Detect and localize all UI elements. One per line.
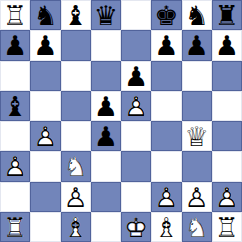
square-c7[interactable] [61, 30, 91, 60]
square-f2[interactable]: ♟♙ [151, 182, 181, 212]
square-b6[interactable] [30, 61, 60, 91]
piece-white-pawn[interactable]: ♟♙ [61, 182, 91, 212]
piece-white-bishop[interactable]: ♝♗ [151, 212, 181, 242]
square-e1[interactable]: ♚♔ [121, 212, 151, 242]
square-f8[interactable]: ♚ [151, 0, 181, 30]
square-e6[interactable]: ♟ [121, 61, 151, 91]
square-h1[interactable]: ♜♖ [212, 212, 242, 242]
piece-black-rook[interactable]: ♜ [212, 0, 242, 30]
square-g8[interactable]: ♞ [182, 0, 212, 30]
piece-black-bishop[interactable]: ♝ [0, 91, 30, 121]
piece-black-pawn[interactable]: ♟ [30, 30, 60, 60]
square-f5[interactable] [151, 91, 181, 121]
square-d4[interactable]: ♟ [91, 121, 121, 151]
square-h7[interactable]: ♟ [212, 30, 242, 60]
piece-white-knight[interactable]: ♞♘ [182, 212, 212, 242]
piece-white-pawn[interactable]: ♟♙ [212, 182, 242, 212]
square-e3[interactable] [121, 151, 151, 181]
square-b1[interactable] [30, 212, 60, 242]
square-e4[interactable] [121, 121, 151, 151]
piece-white-pawn[interactable]: ♟♙ [182, 182, 212, 212]
square-g4[interactable]: ♛♕ [182, 121, 212, 151]
square-g3[interactable] [182, 151, 212, 181]
piece-black-pawn[interactable]: ♟ [182, 30, 212, 60]
square-d3[interactable] [91, 151, 121, 181]
square-a7[interactable]: ♟ [0, 30, 30, 60]
piece-white-pawn[interactable]: ♟♙ [30, 121, 60, 151]
piece-white-queen[interactable]: ♛♕ [182, 121, 212, 151]
square-c5[interactable] [61, 91, 91, 121]
square-c8[interactable]: ♝ [61, 0, 91, 30]
square-h3[interactable] [212, 151, 242, 181]
square-g5[interactable] [182, 91, 212, 121]
square-f4[interactable] [151, 121, 181, 151]
square-d7[interactable] [91, 30, 121, 60]
piece-white-pawn[interactable]: ♟♙ [121, 91, 151, 121]
piece-white-knight[interactable]: ♞♘ [61, 151, 91, 181]
square-a6[interactable] [0, 61, 30, 91]
square-h4[interactable] [212, 121, 242, 151]
square-g6[interactable] [182, 61, 212, 91]
square-a1[interactable]: ♜♖ [0, 212, 30, 242]
square-b4[interactable]: ♟♙ [30, 121, 60, 151]
piece-white-rook[interactable]: ♜♖ [0, 212, 30, 242]
square-d2[interactable] [91, 182, 121, 212]
square-a5[interactable]: ♝ [0, 91, 30, 121]
piece-black-king[interactable]: ♚ [151, 0, 181, 30]
square-c1[interactable]: ♝♗ [61, 212, 91, 242]
piece-black-knight[interactable]: ♞ [182, 0, 212, 30]
square-g7[interactable]: ♟ [182, 30, 212, 60]
chess-board: ♜♖♞♝♛♚♞♜♟♟♟♟♟♟♝♟♟♙♟♙♟♛♕♟♙♞♘♟♙♟♙♟♙♟♙♜♖♝♗♚… [0, 0, 242, 242]
piece-black-pawn[interactable]: ♟ [91, 91, 121, 121]
piece-black-knight[interactable]: ♞ [30, 0, 60, 30]
square-b8[interactable]: ♞ [30, 0, 60, 30]
piece-black-queen[interactable]: ♛ [91, 0, 121, 30]
square-c3[interactable]: ♞♘ [61, 151, 91, 181]
piece-black-pawn[interactable]: ♟ [91, 121, 121, 151]
square-c6[interactable] [61, 61, 91, 91]
square-g1[interactable]: ♞♘ [182, 212, 212, 242]
square-h5[interactable] [212, 91, 242, 121]
piece-black-pawn[interactable]: ♟ [151, 30, 181, 60]
square-h6[interactable] [212, 61, 242, 91]
square-b7[interactable]: ♟ [30, 30, 60, 60]
square-d6[interactable] [91, 61, 121, 91]
square-d5[interactable]: ♟ [91, 91, 121, 121]
square-a2[interactable] [0, 182, 30, 212]
square-e5[interactable]: ♟♙ [121, 91, 151, 121]
piece-black-pawn[interactable]: ♟ [121, 61, 151, 91]
piece-black-pawn[interactable]: ♟ [0, 30, 30, 60]
square-f6[interactable] [151, 61, 181, 91]
square-c2[interactable]: ♟♙ [61, 182, 91, 212]
square-b5[interactable] [30, 91, 60, 121]
piece-white-pawn[interactable]: ♟♙ [151, 182, 181, 212]
square-f7[interactable]: ♟ [151, 30, 181, 60]
square-e2[interactable] [121, 182, 151, 212]
piece-white-bishop[interactable]: ♝♗ [61, 212, 91, 242]
square-d1[interactable] [91, 212, 121, 242]
square-e7[interactable] [121, 30, 151, 60]
piece-white-pawn[interactable]: ♟♙ [0, 151, 30, 181]
square-e8[interactable] [121, 0, 151, 30]
square-g2[interactable]: ♟♙ [182, 182, 212, 212]
square-h2[interactable]: ♟♙ [212, 182, 242, 212]
square-b3[interactable] [30, 151, 60, 181]
piece-black-pawn[interactable]: ♟ [212, 30, 242, 60]
piece-white-rook[interactable]: ♜♖ [0, 0, 30, 30]
square-f1[interactable]: ♝♗ [151, 212, 181, 242]
square-c4[interactable] [61, 121, 91, 151]
square-b2[interactable] [30, 182, 60, 212]
square-h8[interactable]: ♜ [212, 0, 242, 30]
piece-black-bishop[interactable]: ♝ [61, 0, 91, 30]
square-a8[interactable]: ♜♖ [0, 0, 30, 30]
piece-white-king[interactable]: ♚♔ [121, 212, 151, 242]
square-d8[interactable]: ♛ [91, 0, 121, 30]
square-a3[interactable]: ♟♙ [0, 151, 30, 181]
square-f3[interactable] [151, 151, 181, 181]
square-a4[interactable] [0, 121, 30, 151]
piece-white-rook[interactable]: ♜♖ [212, 212, 242, 242]
